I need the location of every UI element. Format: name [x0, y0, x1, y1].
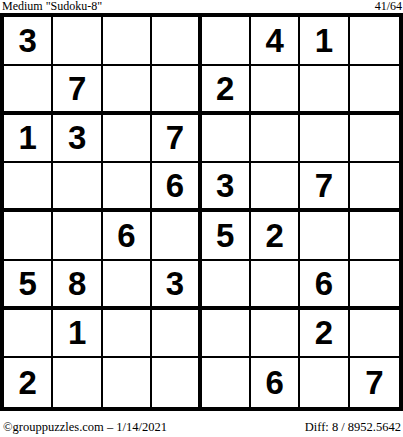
- puzzle-page: Medium "Sudoku-8" 41/64 3417213763765258…: [0, 0, 403, 437]
- cell-r7c4[interactable]: [152, 310, 201, 359]
- cell-r3c6[interactable]: [251, 115, 300, 164]
- cell-r5c1[interactable]: [4, 212, 53, 261]
- cell-r4c5[interactable]: 3: [202, 163, 251, 212]
- cell-r6c8[interactable]: [350, 261, 399, 310]
- cell-r4c2[interactable]: [53, 163, 102, 212]
- cell-r6c2[interactable]: 8: [53, 261, 102, 310]
- cell-r8c5[interactable]: [202, 358, 251, 407]
- cell-r7c3[interactable]: [103, 310, 152, 359]
- cell-r7c6[interactable]: [251, 310, 300, 359]
- cell-r2c6[interactable]: [251, 66, 300, 115]
- cell-r6c5[interactable]: [202, 261, 251, 310]
- cell-r8c4[interactable]: [152, 358, 201, 407]
- cell-r4c1[interactable]: [4, 163, 53, 212]
- cell-r7c7[interactable]: 2: [300, 310, 349, 359]
- cell-r8c8[interactable]: 7: [350, 358, 399, 407]
- cell-r6c1[interactable]: 5: [4, 261, 53, 310]
- footer: ©grouppuzzles.com – 1/14/2021 Diff: 8 / …: [3, 420, 401, 434]
- cell-r7c2[interactable]: 1: [53, 310, 102, 359]
- cell-r2c5[interactable]: 2: [202, 66, 251, 115]
- cell-r8c3[interactable]: [103, 358, 152, 407]
- cell-r3c8[interactable]: [350, 115, 399, 164]
- cell-r6c7[interactable]: 6: [300, 261, 349, 310]
- cell-r2c8[interactable]: [350, 66, 399, 115]
- header: Medium "Sudoku-8" 41/64: [2, 0, 402, 13]
- cell-r5c2[interactable]: [53, 212, 102, 261]
- cell-r3c3[interactable]: [103, 115, 152, 164]
- cell-r2c3[interactable]: [103, 66, 152, 115]
- cell-r1c7[interactable]: 1: [300, 17, 349, 66]
- cell-r6c6[interactable]: [251, 261, 300, 310]
- cell-r4c7[interactable]: 7: [300, 163, 349, 212]
- cell-r5c5[interactable]: 5: [202, 212, 251, 261]
- cell-r3c1[interactable]: 1: [4, 115, 53, 164]
- copyright-text: ©grouppuzzles.com – 1/14/2021: [3, 420, 167, 434]
- cell-r4c6[interactable]: [251, 163, 300, 212]
- cell-r8c2[interactable]: [53, 358, 102, 407]
- sudoku-grid: 34172137637652583612267: [0, 13, 403, 411]
- cell-r5c3[interactable]: 6: [103, 212, 152, 261]
- cell-r6c4[interactable]: 3: [152, 261, 201, 310]
- cell-r2c1[interactable]: [4, 66, 53, 115]
- cell-r3c2[interactable]: 3: [53, 115, 102, 164]
- cell-r1c6[interactable]: 4: [251, 17, 300, 66]
- cell-r2c2[interactable]: 7: [53, 66, 102, 115]
- cell-r4c3[interactable]: [103, 163, 152, 212]
- cell-r1c3[interactable]: [103, 17, 152, 66]
- cell-r8c1[interactable]: 2: [4, 358, 53, 407]
- cell-r1c5[interactable]: [202, 17, 251, 66]
- cell-r8c6[interactable]: 6: [251, 358, 300, 407]
- cell-r8c7[interactable]: [300, 358, 349, 407]
- cell-r2c4[interactable]: [152, 66, 201, 115]
- cell-r6c3[interactable]: [103, 261, 152, 310]
- cell-r1c1[interactable]: 3: [4, 17, 53, 66]
- cell-r5c8[interactable]: [350, 212, 399, 261]
- cell-r1c2[interactable]: [53, 17, 102, 66]
- cell-r4c4[interactable]: 6: [152, 163, 201, 212]
- cell-r5c6[interactable]: 2: [251, 212, 300, 261]
- cell-r3c4[interactable]: 7: [152, 115, 201, 164]
- cell-r5c4[interactable]: [152, 212, 201, 261]
- cell-r3c7[interactable]: [300, 115, 349, 164]
- cell-r1c8[interactable]: [350, 17, 399, 66]
- puzzle-title: Medium "Sudoku-8": [2, 0, 102, 13]
- cell-r7c5[interactable]: [202, 310, 251, 359]
- cell-r7c1[interactable]: [4, 310, 53, 359]
- difficulty-text: Diff: 8 / 8952.5642: [305, 420, 401, 434]
- cell-r3c5[interactable]: [202, 115, 251, 164]
- cell-r1c4[interactable]: [152, 17, 201, 66]
- cell-r5c7[interactable]: [300, 212, 349, 261]
- cell-r4c8[interactable]: [350, 163, 399, 212]
- cell-r7c8[interactable]: [350, 310, 399, 359]
- cell-r2c7[interactable]: [300, 66, 349, 115]
- page-number: 41/64: [375, 0, 402, 13]
